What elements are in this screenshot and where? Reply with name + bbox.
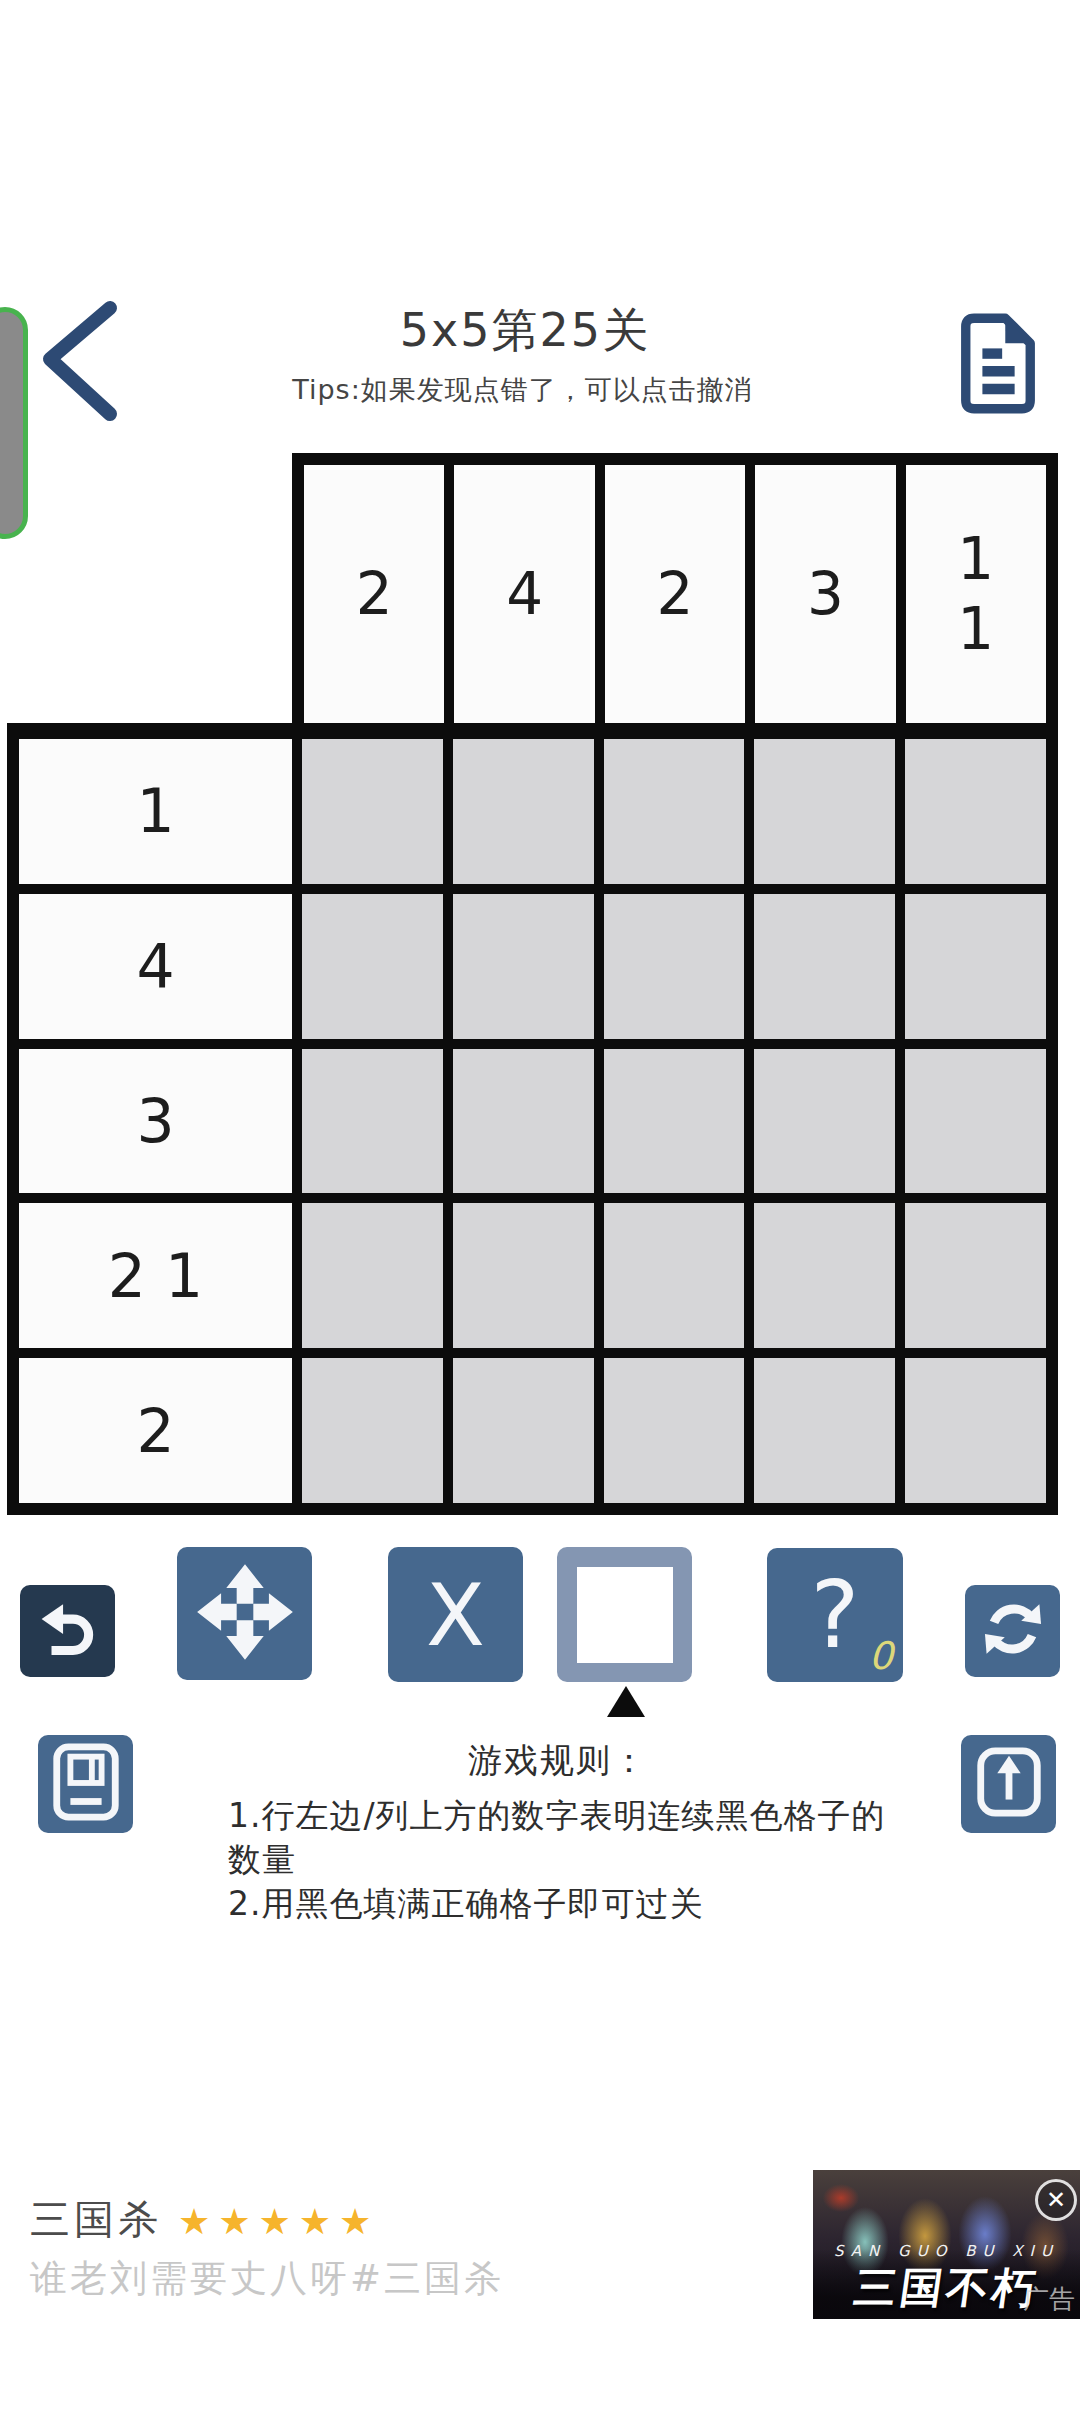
levels-document-button[interactable] (956, 312, 1040, 416)
move-arrows-icon (193, 1560, 297, 1668)
document-icon (956, 401, 1040, 420)
mark-x-tool-button[interactable]: X (388, 1547, 523, 1682)
cell-r4c2[interactable] (453, 1203, 594, 1348)
nonogram-screen: 5x5第25关 Tips:如果发现点错了，可以点击撤消 242311 1432 … (0, 0, 1080, 2412)
ad-tagline: 谁老刘需要丈八呀#三国杀 (30, 2254, 504, 2304)
main-grid: 1432 12 (7, 723, 1058, 1515)
row-clue-4: 2 1 (19, 1203, 292, 1348)
save-button[interactable] (38, 1735, 133, 1833)
share-upload-icon (974, 1743, 1044, 1825)
refresh-icon (980, 1596, 1046, 1666)
cell-r5c5[interactable] (905, 1358, 1046, 1503)
cell-r4c5[interactable] (905, 1203, 1046, 1348)
cell-r2c2[interactable] (453, 894, 594, 1039)
empty-fill-tool-button[interactable] (557, 1547, 692, 1682)
x-mark-label: X (426, 1565, 485, 1665)
selected-tool-indicator (607, 1686, 645, 1717)
col-clue-4: 3 (755, 465, 895, 723)
ad-banner-image[interactable]: SAN GUO BU XIU 三国不朽 广告 ✕ (813, 2170, 1080, 2319)
ad-app-name: 三国杀 (30, 2192, 162, 2247)
cell-r3c4[interactable] (754, 1049, 895, 1194)
hint-count-badge: 0 (869, 1634, 893, 1678)
cell-r5c2[interactable] (453, 1358, 594, 1503)
cell-r4c4[interactable] (754, 1203, 895, 1348)
ad-close-button[interactable]: ✕ (1035, 2179, 1077, 2221)
rules-title: 游戏规则： (228, 1738, 888, 1784)
back-chevron-icon (28, 411, 128, 430)
cell-r2c1[interactable] (302, 894, 443, 1039)
cell-r4c1[interactable] (302, 1203, 443, 1348)
cell-r4c3[interactable] (604, 1203, 745, 1348)
col-clues-grid: 242311 (292, 453, 1058, 723)
undo-button[interactable] (20, 1585, 115, 1677)
col-clue-5: 11 (906, 465, 1046, 723)
cell-r5c4[interactable] (754, 1358, 895, 1503)
row-clue-3: 3 (19, 1049, 292, 1194)
move-board-button[interactable] (177, 1547, 312, 1680)
col-clue-2: 4 (454, 465, 594, 723)
question-mark-label: ? (811, 1562, 860, 1669)
rules-line-2: 2.用黑色填满正确格子即可过关 (228, 1882, 888, 1926)
cell-r5c1[interactable] (302, 1358, 443, 1503)
hint-button[interactable]: ? 0 (767, 1548, 903, 1682)
cell-r5c3[interactable] (604, 1358, 745, 1503)
cell-r1c3[interactable] (604, 739, 745, 884)
cell-r1c1[interactable] (302, 739, 443, 884)
cell-r2c4[interactable] (754, 894, 895, 1039)
rules-line-1: 1.行左边/列上方的数字表明连续黑色格子的数量 (228, 1794, 888, 1882)
rules-block: 游戏规则： 1.行左边/列上方的数字表明连续黑色格子的数量 2.用黑色填满正确格… (228, 1738, 888, 1926)
cell-r2c5[interactable] (905, 894, 1046, 1039)
undo-icon (35, 1596, 101, 1666)
row-clue-2: 4 (19, 894, 292, 1039)
cell-r3c1[interactable] (302, 1049, 443, 1194)
reset-button[interactable] (965, 1585, 1060, 1677)
ad-app-row: 三国杀 ★★★★★ (30, 2192, 379, 2247)
tips-text: Tips:如果发现点错了，可以点击撤消 (0, 372, 1045, 408)
share-button[interactable] (961, 1735, 1056, 1833)
row-clue-1: 1 (19, 739, 292, 884)
cell-r1c2[interactable] (453, 739, 594, 884)
col-clue-3: 2 (605, 465, 745, 723)
page-title: 5x5第25关 (0, 300, 1050, 362)
cell-r2c3[interactable] (604, 894, 745, 1039)
cell-r1c4[interactable] (754, 739, 895, 884)
save-floppy-icon (51, 1743, 121, 1825)
cell-r3c2[interactable] (453, 1049, 594, 1194)
empty-cell-swatch (577, 1567, 673, 1663)
cell-r1c5[interactable] (905, 739, 1046, 884)
ad-banner-subtitle: SAN GUO BU XIU (813, 2242, 1080, 2260)
col-clue-1: 2 (304, 465, 444, 723)
cell-r3c5[interactable] (905, 1049, 1046, 1194)
row-clue-5: 2 (19, 1358, 292, 1503)
ad-label: 广告 (1023, 2282, 1075, 2317)
cell-r3c3[interactable] (604, 1049, 745, 1194)
ad-star-rating: ★★★★★ (178, 2197, 379, 2242)
